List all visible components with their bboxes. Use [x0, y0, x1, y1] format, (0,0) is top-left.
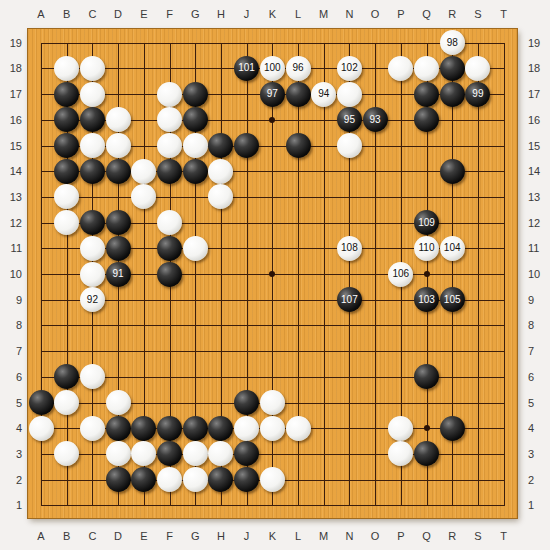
- column-label-bottom-B: B: [58, 530, 76, 542]
- stone-black-B6: [54, 364, 79, 389]
- stone-white-B12: [54, 210, 79, 235]
- column-label-top-O: O: [366, 8, 384, 20]
- column-label-bottom-F: F: [161, 530, 179, 542]
- stone-white-R11: 104: [440, 236, 465, 261]
- stone-black-A5: [29, 390, 54, 415]
- stone-white-S18: [465, 56, 490, 81]
- stone-white-C10: [80, 262, 105, 287]
- stone-black-O16: 93: [363, 107, 388, 132]
- move-number: 93: [370, 115, 381, 125]
- row-label-right-2: 2: [528, 474, 548, 486]
- stone-white-P10: 106: [388, 262, 413, 287]
- stone-black-F11: [157, 236, 182, 261]
- column-label-top-T: T: [495, 8, 513, 20]
- stone-white-D15: [106, 133, 131, 158]
- move-number: 96: [292, 63, 303, 73]
- star-point: [269, 271, 275, 277]
- grid-line-vertical: [478, 43, 479, 507]
- column-label-top-N: N: [340, 8, 358, 20]
- move-number: 100: [264, 63, 281, 73]
- stone-black-G14: [183, 159, 208, 184]
- stone-white-D16: [106, 107, 131, 132]
- column-label-bottom-P: P: [392, 530, 410, 542]
- row-label-right-11: 11: [528, 242, 548, 254]
- stone-white-C11: [80, 236, 105, 261]
- stone-black-Q9: 103: [414, 287, 439, 312]
- stone-black-J15: [234, 133, 259, 158]
- stone-black-J3: [234, 441, 259, 466]
- stone-white-C9: 92: [80, 287, 105, 312]
- stone-black-J2: [234, 467, 259, 492]
- row-label-right-4: 4: [528, 422, 548, 434]
- go-game-diagram: 9810110096102979499959310910811010491106…: [0, 0, 550, 550]
- stone-white-D3: [106, 441, 131, 466]
- column-label-top-S: S: [469, 8, 487, 20]
- stone-white-E14: [131, 159, 156, 184]
- column-label-top-D: D: [109, 8, 127, 20]
- stone-white-K4: [260, 416, 285, 441]
- column-label-bottom-M: M: [315, 530, 333, 542]
- column-label-top-K: K: [263, 8, 281, 20]
- stone-white-G15: [183, 133, 208, 158]
- stone-black-Q3: [414, 441, 439, 466]
- row-label-left-13: 13: [0, 191, 22, 203]
- row-label-left-10: 10: [0, 268, 22, 280]
- move-number: 109: [418, 218, 435, 228]
- row-label-right-3: 3: [528, 448, 548, 460]
- stone-white-H14: [208, 159, 233, 184]
- column-label-top-A: A: [32, 8, 50, 20]
- row-label-right-15: 15: [528, 140, 548, 152]
- row-label-right-9: 9: [528, 294, 548, 306]
- stone-white-E3: [131, 441, 156, 466]
- move-number: 94: [318, 89, 329, 99]
- row-label-left-1: 1: [0, 499, 22, 511]
- stone-white-B3: [54, 441, 79, 466]
- star-point: [424, 425, 430, 431]
- row-label-left-6: 6: [0, 371, 22, 383]
- grid-line-horizontal: [41, 351, 505, 352]
- stone-white-F2: [157, 467, 182, 492]
- row-label-left-8: 8: [0, 319, 22, 331]
- row-label-left-17: 17: [0, 88, 22, 100]
- stone-black-G17: [183, 82, 208, 107]
- column-label-bottom-A: A: [32, 530, 50, 542]
- stone-white-H13: [208, 184, 233, 209]
- column-label-bottom-K: K: [263, 530, 281, 542]
- column-label-top-H: H: [212, 8, 230, 20]
- stone-white-F17: [157, 82, 182, 107]
- move-number: 91: [113, 269, 124, 279]
- move-number: 98: [447, 38, 458, 48]
- column-label-bottom-E: E: [135, 530, 153, 542]
- row-label-right-12: 12: [528, 217, 548, 229]
- column-label-top-M: M: [315, 8, 333, 20]
- column-label-top-C: C: [83, 8, 101, 20]
- row-label-left-7: 7: [0, 345, 22, 357]
- column-label-top-Q: Q: [418, 8, 436, 20]
- stone-black-D14: [106, 159, 131, 184]
- stone-black-H4: [208, 416, 233, 441]
- stone-white-C17: [80, 82, 105, 107]
- grid-line-horizontal: [41, 505, 505, 506]
- row-label-right-7: 7: [528, 345, 548, 357]
- stone-black-E4: [131, 416, 156, 441]
- stone-white-Q11: 110: [414, 236, 439, 261]
- row-label-right-14: 14: [528, 165, 548, 177]
- stone-white-K18: 100: [260, 56, 285, 81]
- stone-black-F10: [157, 262, 182, 287]
- row-label-left-9: 9: [0, 294, 22, 306]
- column-label-bottom-N: N: [340, 530, 358, 542]
- row-label-left-3: 3: [0, 448, 22, 460]
- move-number: 105: [444, 295, 461, 305]
- stone-black-Q6: [414, 364, 439, 389]
- stone-white-G3: [183, 441, 208, 466]
- stone-black-D2: [106, 467, 131, 492]
- column-label-top-G: G: [186, 8, 204, 20]
- stone-white-Q18: [414, 56, 439, 81]
- column-label-top-B: B: [58, 8, 76, 20]
- move-number: 103: [418, 295, 435, 305]
- stone-white-F15: [157, 133, 182, 158]
- stone-black-Q17: [414, 82, 439, 107]
- stone-black-D12: [106, 210, 131, 235]
- stone-black-D10: 91: [106, 262, 131, 287]
- stone-white-P18: [388, 56, 413, 81]
- stone-black-B17: [54, 82, 79, 107]
- stone-black-N9: 107: [337, 287, 362, 312]
- stone-black-G4: [183, 416, 208, 441]
- row-label-right-1: 1: [528, 499, 548, 511]
- row-label-left-14: 14: [0, 165, 22, 177]
- stone-black-F4: [157, 416, 182, 441]
- stone-black-F14: [157, 159, 182, 184]
- stone-white-C4: [80, 416, 105, 441]
- row-label-left-12: 12: [0, 217, 22, 229]
- move-number: 108: [341, 243, 358, 253]
- row-label-right-13: 13: [528, 191, 548, 203]
- stone-black-K17: 97: [260, 82, 285, 107]
- row-label-right-19: 19: [528, 37, 548, 49]
- row-label-right-17: 17: [528, 88, 548, 100]
- column-label-top-R: R: [443, 8, 461, 20]
- move-number: 101: [238, 63, 255, 73]
- row-label-left-4: 4: [0, 422, 22, 434]
- move-number: 110: [419, 243, 435, 253]
- column-label-bottom-Q: Q: [418, 530, 436, 542]
- row-label-left-2: 2: [0, 474, 22, 486]
- stone-white-N18: 102: [337, 56, 362, 81]
- stone-white-B18: [54, 56, 79, 81]
- stone-white-K2: [260, 467, 285, 492]
- stone-black-B16: [54, 107, 79, 132]
- column-label-top-E: E: [135, 8, 153, 20]
- stone-white-F12: [157, 210, 182, 235]
- stone-black-N16: 95: [337, 107, 362, 132]
- stone-white-C18: [80, 56, 105, 81]
- row-label-left-16: 16: [0, 114, 22, 126]
- stone-black-G16: [183, 107, 208, 132]
- stone-black-R17: [440, 82, 465, 107]
- stone-black-C12: [80, 210, 105, 235]
- stone-black-Q16: [414, 107, 439, 132]
- stone-white-P3: [388, 441, 413, 466]
- stone-white-M17: 94: [311, 82, 336, 107]
- stone-black-L15: [286, 133, 311, 158]
- stone-black-E2: [131, 467, 156, 492]
- move-number: 92: [87, 295, 98, 305]
- row-label-left-15: 15: [0, 140, 22, 152]
- move-number: 95: [344, 115, 355, 125]
- row-label-right-16: 16: [528, 114, 548, 126]
- stone-black-C16: [80, 107, 105, 132]
- column-label-bottom-R: R: [443, 530, 461, 542]
- move-number: 99: [472, 89, 483, 99]
- row-label-right-5: 5: [528, 397, 548, 409]
- stone-black-H15: [208, 133, 233, 158]
- row-label-left-11: 11: [0, 242, 22, 254]
- stone-black-J18: 101: [234, 56, 259, 81]
- column-label-bottom-S: S: [469, 530, 487, 542]
- column-label-bottom-D: D: [109, 530, 127, 542]
- move-number: 106: [392, 269, 409, 279]
- stone-white-D5: [106, 390, 131, 415]
- stone-black-C14: [80, 159, 105, 184]
- row-label-left-5: 5: [0, 397, 22, 409]
- stone-white-L18: 96: [286, 56, 311, 81]
- stone-white-B5: [54, 390, 79, 415]
- stone-black-R9: 105: [440, 287, 465, 312]
- stone-black-R14: [440, 159, 465, 184]
- column-label-bottom-J: J: [238, 530, 256, 542]
- stone-white-R19: 98: [440, 30, 465, 55]
- stone-black-S17: 99: [465, 82, 490, 107]
- stone-white-A4: [29, 416, 54, 441]
- column-label-bottom-C: C: [83, 530, 101, 542]
- row-label-left-19: 19: [0, 37, 22, 49]
- stone-white-N17: [337, 82, 362, 107]
- stone-black-B15: [54, 133, 79, 158]
- go-board[interactable]: 9810110096102979499959310910811010491106…: [28, 29, 517, 518]
- grid-line-vertical: [504, 43, 505, 507]
- row-label-right-10: 10: [528, 268, 548, 280]
- stone-white-E13: [131, 184, 156, 209]
- column-label-top-J: J: [238, 8, 256, 20]
- column-label-bottom-H: H: [212, 530, 230, 542]
- stone-black-D4: [106, 416, 131, 441]
- stone-white-N11: 108: [337, 236, 362, 261]
- stone-white-B13: [54, 184, 79, 209]
- row-label-right-8: 8: [528, 319, 548, 331]
- move-number: 97: [267, 89, 278, 99]
- move-number: 107: [341, 295, 358, 305]
- stone-white-G2: [183, 467, 208, 492]
- grid-line-horizontal: [41, 325, 505, 326]
- stone-white-N15: [337, 133, 362, 158]
- stone-black-L17: [286, 82, 311, 107]
- column-label-top-F: F: [161, 8, 179, 20]
- stone-white-F16: [157, 107, 182, 132]
- column-label-bottom-G: G: [186, 530, 204, 542]
- move-number: 102: [341, 63, 358, 73]
- row-label-right-6: 6: [528, 371, 548, 383]
- stone-white-L4: [286, 416, 311, 441]
- row-label-left-18: 18: [0, 62, 22, 74]
- stone-black-F3: [157, 441, 182, 466]
- column-label-top-L: L: [289, 8, 307, 20]
- stone-white-H3: [208, 441, 233, 466]
- stone-white-J4: [234, 416, 259, 441]
- stone-black-R18: [440, 56, 465, 81]
- move-number: 104: [444, 243, 461, 253]
- stone-black-D11: [106, 236, 131, 261]
- stone-black-H2: [208, 467, 233, 492]
- stone-black-Q12: 109: [414, 210, 439, 235]
- stone-black-B14: [54, 159, 79, 184]
- stone-white-P4: [388, 416, 413, 441]
- column-label-bottom-O: O: [366, 530, 384, 542]
- stone-black-J5: [234, 390, 259, 415]
- stone-black-R4: [440, 416, 465, 441]
- grid-line-vertical: [324, 43, 325, 507]
- star-point: [424, 271, 430, 277]
- stone-white-K5: [260, 390, 285, 415]
- column-label-bottom-L: L: [289, 530, 307, 542]
- column-label-bottom-T: T: [495, 530, 513, 542]
- stone-white-C15: [80, 133, 105, 158]
- row-label-right-18: 18: [528, 62, 548, 74]
- column-label-top-P: P: [392, 8, 410, 20]
- stone-white-C6: [80, 364, 105, 389]
- stone-white-G11: [183, 236, 208, 261]
- star-point: [269, 117, 275, 123]
